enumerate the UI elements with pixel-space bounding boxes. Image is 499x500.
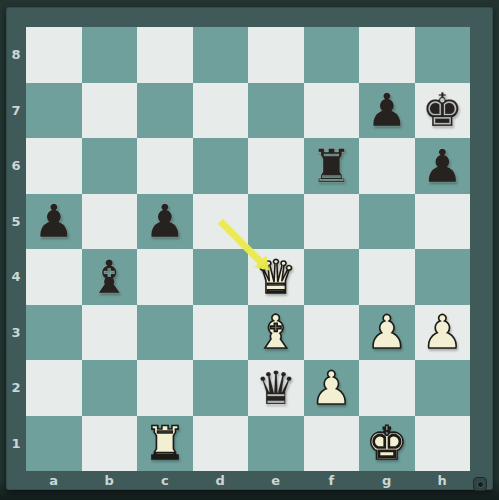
piece-black-queen[interactable]: ♛	[255, 365, 296, 411]
square-b2[interactable]	[82, 360, 138, 416]
square-g8[interactable]	[359, 27, 415, 83]
square-e3[interactable]: ♝	[248, 305, 304, 361]
rank-label-1: 1	[6, 416, 26, 472]
square-h2[interactable]	[415, 360, 471, 416]
square-h3[interactable]: ♟	[415, 305, 471, 361]
square-d3[interactable]	[193, 305, 249, 361]
square-a7[interactable]	[26, 83, 82, 139]
square-e1[interactable]	[248, 416, 304, 472]
square-f4[interactable]	[304, 249, 360, 305]
square-f7[interactable]	[304, 83, 360, 139]
rank-label-4: 4	[6, 249, 26, 305]
square-c2[interactable]	[137, 360, 193, 416]
piece-white-pawn[interactable]: ♟	[366, 309, 407, 355]
square-d2[interactable]	[193, 360, 249, 416]
piece-black-pawn[interactable]: ♟	[33, 198, 74, 244]
piece-black-pawn[interactable]: ♟	[366, 87, 407, 133]
rank-label-5: 5	[6, 194, 26, 250]
piece-black-king[interactable]: ♚	[422, 87, 463, 133]
square-f6[interactable]: ♜	[304, 138, 360, 194]
square-d6[interactable]	[193, 138, 249, 194]
piece-black-pawn[interactable]: ♟	[422, 143, 463, 189]
square-a1[interactable]	[26, 416, 82, 472]
square-a8[interactable]	[26, 27, 82, 83]
square-h6[interactable]: ♟	[415, 138, 471, 194]
square-b6[interactable]	[82, 138, 138, 194]
square-e5[interactable]	[248, 194, 304, 250]
square-d7[interactable]	[193, 83, 249, 139]
file-label-g: g	[359, 471, 415, 490]
file-label-a: a	[26, 471, 82, 490]
file-label-e: e	[248, 471, 304, 490]
square-f1[interactable]	[304, 416, 360, 472]
piece-white-bishop[interactable]: ♝	[255, 309, 296, 355]
chess-board: ♟♚♜♟♟♟♝♛♝♟♟♛♟♜♚	[26, 27, 470, 471]
board-frame: 87654321 abcdefgh ♟♚♜♟♟♟♝♛♝♟♟♛♟♜♚	[6, 7, 493, 490]
piece-black-bishop[interactable]: ♝	[89, 254, 130, 300]
file-label-c: c	[137, 471, 193, 490]
square-c5[interactable]: ♟	[137, 194, 193, 250]
square-a5[interactable]: ♟	[26, 194, 82, 250]
square-b8[interactable]	[82, 27, 138, 83]
board-menu-button[interactable]	[473, 477, 487, 491]
square-d5[interactable]	[193, 194, 249, 250]
rank-label-2: 2	[6, 360, 26, 416]
square-b4[interactable]: ♝	[82, 249, 138, 305]
square-d4[interactable]	[193, 249, 249, 305]
square-c6[interactable]	[137, 138, 193, 194]
square-h8[interactable]	[415, 27, 471, 83]
square-g3[interactable]: ♟	[359, 305, 415, 361]
square-c8[interactable]	[137, 27, 193, 83]
square-d1[interactable]	[193, 416, 249, 472]
square-c3[interactable]	[137, 305, 193, 361]
piece-white-rook[interactable]: ♜	[144, 420, 185, 466]
file-labels: abcdefgh	[26, 471, 470, 490]
square-h4[interactable]	[415, 249, 471, 305]
piece-white-pawn[interactable]: ♟	[422, 309, 463, 355]
square-a6[interactable]	[26, 138, 82, 194]
dot-icon	[477, 481, 484, 488]
square-f5[interactable]	[304, 194, 360, 250]
square-a3[interactable]	[26, 305, 82, 361]
square-b1[interactable]	[82, 416, 138, 472]
file-label-b: b	[82, 471, 138, 490]
square-c7[interactable]	[137, 83, 193, 139]
square-e4[interactable]: ♛	[248, 249, 304, 305]
rank-label-3: 3	[6, 305, 26, 361]
square-g6[interactable]	[359, 138, 415, 194]
file-label-h: h	[415, 471, 471, 490]
square-g5[interactable]	[359, 194, 415, 250]
square-a2[interactable]	[26, 360, 82, 416]
piece-white-pawn[interactable]: ♟	[311, 365, 352, 411]
square-h1[interactable]	[415, 416, 471, 472]
square-a4[interactable]	[26, 249, 82, 305]
square-f3[interactable]	[304, 305, 360, 361]
square-b3[interactable]	[82, 305, 138, 361]
square-b5[interactable]	[82, 194, 138, 250]
square-c1[interactable]: ♜	[137, 416, 193, 472]
square-d8[interactable]	[193, 27, 249, 83]
square-h5[interactable]	[415, 194, 471, 250]
square-f8[interactable]	[304, 27, 360, 83]
rank-labels: 87654321	[6, 27, 26, 471]
rank-label-8: 8	[6, 27, 26, 83]
board-window: 87654321 abcdefgh ♟♚♜♟♟♟♝♛♝♟♟♛♟♜♚	[0, 0, 499, 500]
rank-label-6: 6	[6, 138, 26, 194]
square-h7[interactable]: ♚	[415, 83, 471, 139]
square-g2[interactable]	[359, 360, 415, 416]
square-e6[interactable]	[248, 138, 304, 194]
square-b7[interactable]	[82, 83, 138, 139]
piece-white-king[interactable]: ♚	[366, 420, 407, 466]
square-g4[interactable]	[359, 249, 415, 305]
piece-white-queen[interactable]: ♛	[255, 254, 296, 300]
square-g7[interactable]: ♟	[359, 83, 415, 139]
rank-label-7: 7	[6, 83, 26, 139]
square-f2[interactable]: ♟	[304, 360, 360, 416]
file-label-d: d	[193, 471, 249, 490]
square-g1[interactable]: ♚	[359, 416, 415, 472]
square-e8[interactable]	[248, 27, 304, 83]
square-e7[interactable]	[248, 83, 304, 139]
square-c4[interactable]	[137, 249, 193, 305]
file-label-f: f	[304, 471, 360, 490]
piece-black-pawn[interactable]: ♟	[144, 198, 185, 244]
square-e2[interactable]: ♛	[248, 360, 304, 416]
piece-black-rook[interactable]: ♜	[311, 143, 352, 189]
